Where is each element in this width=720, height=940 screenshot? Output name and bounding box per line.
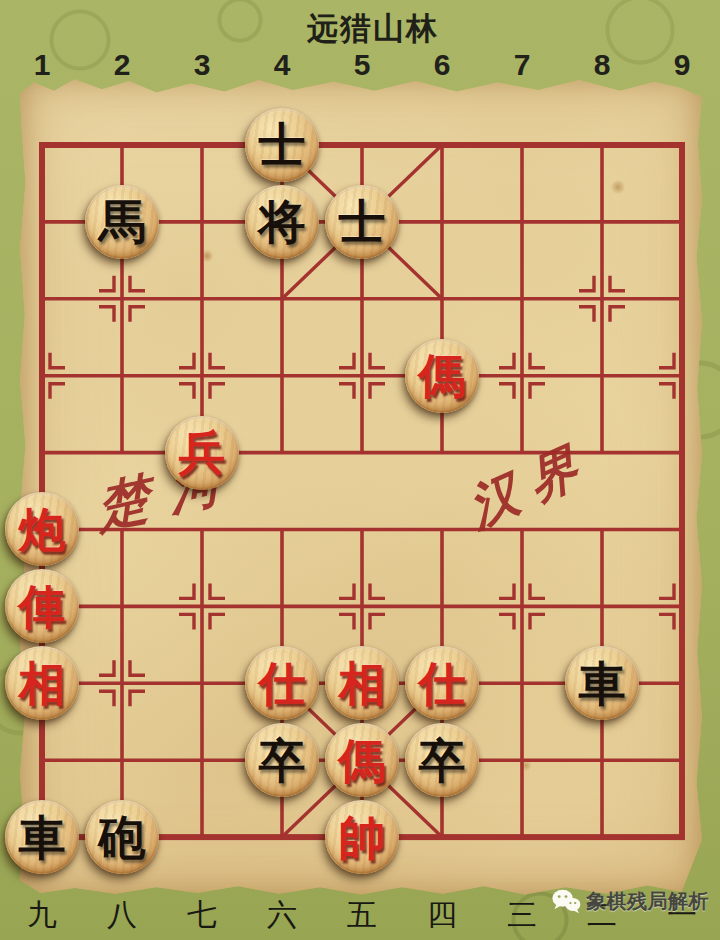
piece-red[interactable]: 俥: [5, 569, 79, 643]
piece-red[interactable]: 相: [5, 646, 79, 720]
file-label-top: 8: [562, 44, 642, 86]
piece-glyph: 傌: [419, 351, 466, 400]
file-label-bottom: 五: [322, 894, 402, 936]
piece-glyph: 相: [339, 659, 386, 708]
piece-glyph: 帥: [339, 813, 386, 862]
piece-glyph: 車: [579, 659, 626, 708]
piece-glyph: 傌: [339, 736, 386, 785]
file-label-top: 1: [2, 44, 82, 86]
piece-black[interactable]: 砲: [85, 800, 159, 874]
wechat-icon: [551, 888, 581, 914]
watermark-text: 象棋残局解析: [586, 888, 709, 915]
piece-glyph: 相: [19, 659, 66, 708]
piece-glyph: 馬: [99, 197, 146, 246]
piece-glyph: 仕: [259, 659, 306, 708]
file-label-top: 9: [642, 44, 720, 86]
piece-black[interactable]: 将: [245, 185, 319, 259]
piece-red[interactable]: 傌: [325, 723, 399, 797]
board-grid: 士馬将士傌兵炮俥相仕相仕車卒傌卒車砲帥: [2, 107, 720, 876]
piece-black[interactable]: 卒: [405, 723, 479, 797]
top-file-labels: 123456789: [2, 44, 720, 86]
piece-black[interactable]: 車: [565, 646, 639, 720]
piece-red[interactable]: 炮: [5, 492, 79, 566]
piece-red[interactable]: 仕: [405, 646, 479, 720]
piece-glyph: 卒: [419, 736, 466, 785]
piece-black[interactable]: 車: [5, 800, 79, 874]
piece-red[interactable]: 相: [325, 646, 399, 720]
file-label-top: 6: [402, 44, 482, 86]
file-label-bottom: 四: [402, 894, 482, 936]
file-label-bottom: 九: [2, 894, 82, 936]
file-label-top: 4: [242, 44, 322, 86]
piece-black[interactable]: 馬: [85, 185, 159, 259]
piece-black[interactable]: 卒: [245, 723, 319, 797]
app-background: 远猎山林 123456789 楚河 汉界 士馬将士傌兵炮俥相仕相仕車卒傌卒車砲帥…: [0, 0, 720, 940]
piece-glyph: 俥: [19, 582, 66, 631]
piece-red[interactable]: 帥: [325, 800, 399, 874]
piece-glyph: 仕: [419, 659, 466, 708]
piece-red[interactable]: 仕: [245, 646, 319, 720]
file-label-bottom: 七: [162, 894, 242, 936]
piece-black[interactable]: 士: [325, 185, 399, 259]
file-label-top: 2: [82, 44, 162, 86]
piece-glyph: 将: [259, 197, 306, 246]
piece-glyph: 士: [259, 120, 306, 169]
watermark: 象棋残局解析: [551, 882, 709, 920]
piece-black[interactable]: 士: [245, 108, 319, 182]
piece-glyph: 士: [339, 197, 386, 246]
file-label-top: 3: [162, 44, 242, 86]
file-label-bottom: 三: [482, 894, 562, 936]
file-label-top: 5: [322, 44, 402, 86]
piece-glyph: 車: [19, 813, 66, 862]
piece-red[interactable]: 兵: [165, 416, 239, 490]
piece-glyph: 兵: [179, 428, 226, 477]
file-label-top: 7: [482, 44, 562, 86]
piece-glyph: 砲: [99, 813, 146, 862]
file-label-bottom: 八: [82, 894, 162, 936]
piece-glyph: 卒: [259, 736, 306, 785]
piece-glyph: 炮: [19, 505, 66, 554]
piece-red[interactable]: 傌: [405, 339, 479, 413]
file-label-bottom: 六: [242, 894, 322, 936]
